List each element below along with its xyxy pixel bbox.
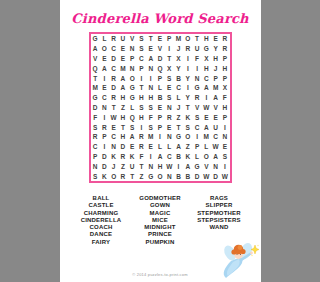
- word-item: PRINCE: [131, 231, 190, 238]
- grid-cell: I: [165, 44, 174, 54]
- grid-cell: E: [146, 142, 155, 152]
- grid-cell: C: [202, 73, 211, 83]
- grid-cell: H: [118, 93, 127, 103]
- grid-cell: K: [109, 152, 118, 162]
- word-item: MIDNIGHT: [131, 224, 190, 231]
- grid-cell: I: [183, 54, 192, 64]
- grid-cell: A: [211, 152, 220, 162]
- word-item: CHARMING: [72, 210, 131, 217]
- grid-cell: D: [109, 83, 118, 93]
- grid-cell: N: [146, 63, 155, 73]
- word-item: SLIPPER: [190, 202, 249, 209]
- grid-cell: G: [202, 44, 211, 54]
- grid-cell: R: [192, 93, 201, 103]
- grid-cell: S: [192, 112, 201, 122]
- grid-cell: A: [183, 161, 192, 171]
- grid-cell: R: [220, 34, 229, 44]
- grid-cell: I: [220, 122, 229, 132]
- grid-cell: C: [109, 132, 118, 142]
- grid-cell: P: [220, 54, 229, 64]
- grid-cell: I: [192, 132, 201, 142]
- grid-cell: U: [118, 34, 127, 44]
- grid-cell: N: [146, 161, 155, 171]
- grid-cell: O: [100, 44, 109, 54]
- grid-cell: V: [192, 103, 201, 113]
- grid-cell: I: [146, 73, 155, 83]
- grid-cell: R: [109, 93, 118, 103]
- word-item: STEPMOTHER: [190, 210, 249, 217]
- grid-cell: I: [137, 122, 146, 132]
- word-item: MAGIC: [131, 210, 190, 217]
- grid-cell: O: [155, 171, 164, 181]
- grid-cell: T: [137, 83, 146, 93]
- grid-cell: D: [192, 171, 201, 181]
- grid-cell: C: [109, 63, 118, 73]
- grid-cell: W: [202, 171, 211, 181]
- grid-cell: F: [220, 93, 229, 103]
- grid-cell: U: [211, 122, 220, 132]
- grid-cell: N: [165, 103, 174, 113]
- grid-cell: R: [137, 142, 146, 152]
- grid-cell: P: [155, 122, 164, 132]
- grid-cell: N: [128, 63, 137, 73]
- grid-cell: R: [118, 171, 127, 181]
- grid-cell: E: [100, 83, 109, 93]
- grid-cell: G: [128, 93, 137, 103]
- word-item: BALL: [72, 195, 131, 202]
- grid-cell: G: [192, 83, 201, 93]
- grid-cell: H: [220, 63, 229, 73]
- grid-cell: P: [100, 132, 109, 142]
- grid-cell: P: [91, 152, 100, 162]
- grid-cell: M: [202, 132, 211, 142]
- grid-cell: T: [109, 103, 118, 113]
- grid-cell: U: [128, 161, 137, 171]
- grid-cell: I: [100, 73, 109, 83]
- grid-cell: E: [109, 122, 118, 132]
- grid-cell: S: [183, 122, 192, 132]
- grid-cell: G: [146, 171, 155, 181]
- grid-cell: P: [211, 73, 220, 83]
- grid-cell: A: [202, 122, 211, 132]
- word-item: CINDERELLA: [72, 217, 131, 224]
- grid-cell: N: [165, 132, 174, 142]
- grid-cell: V: [91, 54, 100, 64]
- grid-cell: K: [183, 152, 192, 162]
- fairy-godmother-icon: [219, 242, 260, 281]
- grid-cell: B: [155, 93, 164, 103]
- grid-cell: A: [91, 44, 100, 54]
- grid-cell: M: [91, 83, 100, 93]
- grid-cell: S: [165, 73, 174, 83]
- grid-cell: P: [128, 54, 137, 64]
- grid-cell: O: [128, 73, 137, 83]
- grid-cell: A: [174, 142, 183, 152]
- grid-cell: E: [118, 54, 127, 64]
- grid-cell: D: [211, 171, 220, 181]
- word-item: GOWN: [131, 202, 190, 209]
- grid-cell: Q: [128, 112, 137, 122]
- grid-cell: R: [165, 112, 174, 122]
- grid-cell: D: [100, 161, 109, 171]
- grid-cell: W: [202, 103, 211, 113]
- grid-cell: E: [155, 103, 164, 113]
- grid-cell: I: [146, 152, 155, 162]
- grid-cell: I: [220, 161, 229, 171]
- grid-cell: L: [155, 83, 164, 93]
- grid-cell: F: [91, 112, 100, 122]
- grid-cell: T: [128, 171, 137, 181]
- grid-cell: R: [220, 44, 229, 54]
- grid-cell: R: [109, 73, 118, 83]
- grid-cell: S: [91, 122, 100, 132]
- grid-cell: T: [91, 73, 100, 83]
- grid-cell: A: [146, 54, 155, 64]
- grid-cell: W: [220, 171, 229, 181]
- grid-cell: I: [174, 161, 183, 171]
- grid-cell: G: [174, 132, 183, 142]
- grid-cell: O: [109, 171, 118, 181]
- grid-cell: Q: [155, 63, 164, 73]
- grid-cell: A: [128, 132, 137, 142]
- grid-cell: N: [91, 161, 100, 171]
- grid-cell: C: [91, 142, 100, 152]
- grid-cell: G: [128, 83, 137, 93]
- grid-cell: P: [155, 112, 164, 122]
- grid-cell: V: [155, 44, 164, 54]
- grid-cell: X: [202, 54, 211, 64]
- grid-cell: O: [183, 132, 192, 142]
- grid-cell: H: [155, 161, 164, 171]
- grid-cell: R: [183, 44, 192, 54]
- grid-cell: N: [128, 44, 137, 54]
- grid-cell: T: [192, 34, 201, 44]
- grid-cell: H: [220, 103, 229, 113]
- grid-cell: S: [91, 171, 100, 181]
- grid-cell: E: [100, 54, 109, 64]
- grid-cell: E: [155, 34, 164, 44]
- grid-cell: P: [220, 112, 229, 122]
- grid-cell: S: [128, 122, 137, 132]
- grid-cell: L: [202, 142, 211, 152]
- puzzle-page: Cinderella Word Search GLRUVSTEPMOTHERAO…: [60, 0, 261, 282]
- word-item: GODMOTHER: [131, 195, 190, 202]
- grid-cell: L: [155, 142, 164, 152]
- grid-cell: S: [137, 44, 146, 54]
- grid-cell: L: [165, 142, 174, 152]
- grid-cell: P: [137, 63, 146, 73]
- grid-cell: K: [100, 171, 109, 181]
- grid-cell: U: [192, 44, 201, 54]
- grid-cell: I: [100, 142, 109, 152]
- grid-cell: N: [146, 83, 155, 93]
- grid-cell: H: [118, 112, 127, 122]
- grid-cell: D: [109, 54, 118, 64]
- grid-cell: G: [192, 161, 201, 171]
- grid-cell: A: [100, 63, 109, 73]
- grid-cell: E: [211, 34, 220, 44]
- grid-cell: V: [211, 103, 220, 113]
- word-item: WAND: [190, 224, 249, 231]
- grid-cell: D: [155, 54, 164, 64]
- grid-cell: R: [91, 132, 100, 142]
- grid-cell: C: [165, 152, 174, 162]
- grid-cell: R: [109, 34, 118, 44]
- grid-cell: E: [165, 83, 174, 93]
- grid-cell: W: [165, 161, 174, 171]
- grid-cell: I: [183, 83, 192, 93]
- grid-cell: Y: [211, 44, 220, 54]
- grid-cell: T: [137, 161, 146, 171]
- grid-cell: M: [211, 83, 220, 93]
- grid-cell: Y: [174, 63, 183, 73]
- word-list-column-1: BALLCASTLECHARMINGCINDERELLACOACHDANCEFA…: [72, 195, 131, 246]
- grid-cell: E: [118, 44, 127, 54]
- grid-cell: I: [100, 112, 109, 122]
- grid-cell: E: [128, 142, 137, 152]
- grid-cell: Z: [118, 103, 127, 113]
- grid-cell: A: [155, 152, 164, 162]
- grid-cell: R: [137, 132, 146, 142]
- page-title: Cinderella Word Search: [60, 11, 261, 26]
- word-item: STEPSISTERS: [190, 217, 249, 224]
- word-list: BALLCASTLECHARMINGCINDERELLACOACHDANCEFA…: [60, 195, 261, 246]
- grid-cell: E: [220, 142, 229, 152]
- grid-cell: N: [192, 73, 201, 83]
- grid-cell: I: [202, 93, 211, 103]
- grid-cell: A: [202, 83, 211, 93]
- grid-cell: J: [174, 44, 183, 54]
- grid-cell: D: [91, 103, 100, 113]
- grid-cell: T: [165, 54, 174, 64]
- grid-cell: J: [109, 161, 118, 171]
- grid-cell: H: [202, 34, 211, 44]
- grid-cell: S: [137, 103, 146, 113]
- grid-cell: H: [137, 112, 146, 122]
- grid-cell: L: [100, 34, 109, 44]
- word-search-grid: GLRUVSTEPMOTHERAOCENSEVIJRUGYRVEDEPCADTX…: [89, 32, 232, 183]
- grid-cell: E: [211, 112, 220, 122]
- grid-cell: H: [146, 93, 155, 103]
- grid-cell: Z: [118, 161, 127, 171]
- grid-cell: N: [109, 142, 118, 152]
- grid-cell: P: [192, 142, 201, 152]
- grid-cell: R: [118, 152, 127, 162]
- grid-cell: J: [174, 103, 183, 113]
- grid-cell: M: [146, 132, 155, 142]
- grid-cell: C: [174, 83, 183, 93]
- grid-cell: H: [211, 54, 220, 64]
- grid-cell: C: [192, 122, 201, 132]
- grid-cell: K: [128, 152, 137, 162]
- grid-cell: P: [220, 73, 229, 83]
- grid-cell: D: [100, 152, 109, 162]
- grid-cell: H: [202, 63, 211, 73]
- grid-cell: M: [118, 63, 127, 73]
- grid-cell: L: [128, 103, 137, 113]
- grid-cell: K: [183, 112, 192, 122]
- grid-cell: B: [174, 171, 183, 181]
- grid-cell: W: [211, 142, 220, 152]
- word-list-column-2: GODMOTHERGOWNMAGICMICEMIDNIGHTPRINCEPUMP…: [131, 195, 190, 246]
- grid-cell: F: [146, 112, 155, 122]
- word-item: CASTLE: [72, 202, 131, 209]
- grid-cell: A: [211, 93, 220, 103]
- grid-cell: Z: [174, 112, 183, 122]
- grid-cell: W: [109, 112, 118, 122]
- grid-cell: I: [192, 63, 201, 73]
- grid-cell: P: [165, 34, 174, 44]
- grid-cell: M: [174, 34, 183, 44]
- grid-cell: N: [100, 103, 109, 113]
- grid-cell: Z: [183, 142, 192, 152]
- word-item: COACH: [72, 224, 131, 231]
- grid-cell: C: [100, 93, 109, 103]
- grid-cell: E: [146, 44, 155, 54]
- grid-cell: X: [220, 83, 229, 93]
- grid-cell: P: [155, 73, 164, 83]
- grid-cell: F: [137, 152, 146, 162]
- grid-cell: R: [100, 122, 109, 132]
- word-item: DANCE: [72, 231, 131, 238]
- grid-cell: A: [118, 73, 127, 83]
- grid-cell: D: [118, 142, 127, 152]
- grid-cell: F: [192, 54, 201, 64]
- grid-cell: J: [211, 63, 220, 73]
- grid-cell: V: [202, 161, 211, 171]
- word-item: FAIRY: [72, 239, 131, 246]
- grid-cell: E: [202, 112, 211, 122]
- grid-cell: A: [118, 83, 127, 93]
- grid-cell: T: [118, 122, 127, 132]
- grid-cell: Z: [137, 171, 146, 181]
- grid-cell: S: [146, 122, 155, 132]
- grid-cell: T: [183, 103, 192, 113]
- grid-cell: S: [220, 152, 229, 162]
- grid-cell: T: [146, 34, 155, 44]
- word-item: MICE: [131, 217, 190, 224]
- grid-cell: L: [174, 93, 183, 103]
- grid-cell: C: [137, 54, 146, 64]
- grid-cell: N: [220, 132, 229, 142]
- grid-cell: N: [165, 171, 174, 181]
- grid-cell: L: [192, 152, 201, 162]
- grid-cell: B: [174, 73, 183, 83]
- word-item: PUMPKIN: [131, 239, 190, 246]
- grid-cell: T: [174, 122, 183, 132]
- grid-cell: N: [211, 161, 220, 171]
- grid-cell: Q: [91, 63, 100, 73]
- grid-cell: Y: [183, 73, 192, 83]
- grid-cell: I: [155, 132, 164, 142]
- grid-cell: B: [174, 152, 183, 162]
- grid-cell: O: [183, 34, 192, 44]
- grid-cell: B: [183, 171, 192, 181]
- word-list-column-3: RAGSSLIPPERSTEPMOTHERSTEPSISTERSWAND: [190, 195, 249, 246]
- grid-cell: S: [146, 103, 155, 113]
- grid-cell: O: [202, 152, 211, 162]
- grid-cell: G: [91, 34, 100, 44]
- word-item: RAGS: [190, 195, 249, 202]
- grid-cell: Y: [183, 93, 192, 103]
- grid-cell: E: [165, 122, 174, 132]
- grid-cell: S: [137, 34, 146, 44]
- grid-cell: X: [165, 63, 174, 73]
- grid-cell: S: [165, 93, 174, 103]
- grid-cell: I: [183, 63, 192, 73]
- grid-cell: V: [128, 34, 137, 44]
- grid-cell: H: [118, 132, 127, 142]
- grid-cell: I: [137, 73, 146, 83]
- grid-cell: C: [109, 44, 118, 54]
- grid-cell: X: [174, 54, 183, 64]
- grid-cell: G: [91, 93, 100, 103]
- grid-cell: H: [137, 93, 146, 103]
- grid-cell: C: [211, 132, 220, 142]
